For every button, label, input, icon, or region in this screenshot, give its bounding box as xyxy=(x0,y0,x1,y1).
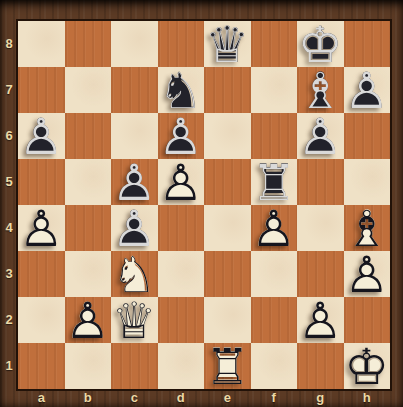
rank-label-8: 8 xyxy=(0,21,18,67)
rank-labels: 87654321 xyxy=(0,21,18,389)
square-a1[interactable] xyxy=(18,343,65,389)
piece-glyph-outline: ♙ xyxy=(111,160,158,206)
rank-label-3: 3 xyxy=(0,251,18,297)
rank-label-4: 4 xyxy=(0,205,18,251)
square-d4[interactable] xyxy=(158,205,205,251)
piece-glyph-outline: ♙ xyxy=(344,68,391,114)
square-g3[interactable] xyxy=(297,251,344,297)
piece-black-king-g8[interactable]: ♚♔ xyxy=(297,21,344,67)
piece-white-pawn-d5[interactable]: ♟♙ xyxy=(158,159,205,205)
piece-glyph-outline: ♙ xyxy=(158,114,205,160)
rank-label-7: 7 xyxy=(0,67,18,113)
piece-glyph-outline: ♙ xyxy=(18,206,65,252)
piece-glyph-fill: ♟ xyxy=(344,252,391,298)
piece-glyph-fill: ♝ xyxy=(297,68,344,114)
rank-label-6: 6 xyxy=(0,113,18,159)
piece-glyph-fill: ♟ xyxy=(158,114,205,160)
square-g5[interactable] xyxy=(297,159,344,205)
piece-glyph-fill: ♟ xyxy=(344,68,391,114)
square-f2[interactable] xyxy=(251,297,298,343)
square-a7[interactable] xyxy=(18,67,65,113)
piece-white-queen-c2[interactable]: ♛♕ xyxy=(111,297,158,343)
square-b2[interactable]: ♟♙ xyxy=(65,297,112,343)
piece-white-pawn-g2[interactable]: ♟♙ xyxy=(297,297,344,343)
file-label-f: f xyxy=(251,389,298,407)
file-label-c: c xyxy=(111,389,158,407)
piece-glyph-fill: ♛ xyxy=(204,22,251,68)
rank-label-1: 1 xyxy=(0,343,18,389)
square-d6[interactable]: ♟♙ xyxy=(158,113,205,159)
piece-glyph-fill: ♟ xyxy=(18,206,65,252)
piece-glyph-fill: ♚ xyxy=(297,22,344,68)
piece-glyph-fill: ♟ xyxy=(65,298,112,344)
file-label-h: h xyxy=(344,389,391,407)
square-b1[interactable] xyxy=(65,343,112,389)
square-e7[interactable] xyxy=(204,67,251,113)
piece-glyph-fill: ♜ xyxy=(251,160,298,206)
piece-glyph-fill: ♚ xyxy=(344,344,391,390)
square-h7[interactable]: ♟♙ xyxy=(344,67,391,113)
piece-white-pawn-a4[interactable]: ♟♙ xyxy=(18,205,65,251)
square-e4[interactable] xyxy=(204,205,251,251)
square-c5[interactable]: ♟♙ xyxy=(111,159,158,205)
piece-glyph-fill: ♟ xyxy=(18,114,65,160)
piece-glyph-fill: ♟ xyxy=(111,160,158,206)
piece-glyph-outline: ♕ xyxy=(111,298,158,344)
square-h1[interactable]: ♚♔ xyxy=(344,343,391,389)
file-labels: abcdefgh xyxy=(18,389,390,407)
piece-black-pawn-d6[interactable]: ♟♙ xyxy=(158,113,205,159)
square-e5[interactable] xyxy=(204,159,251,205)
square-c6[interactable] xyxy=(111,113,158,159)
piece-glyph-outline: ♙ xyxy=(158,160,205,206)
piece-glyph-outline: ♙ xyxy=(111,206,158,252)
square-a3[interactable] xyxy=(18,251,65,297)
piece-glyph-fill: ♟ xyxy=(297,298,344,344)
square-f5[interactable]: ♜♖ xyxy=(251,159,298,205)
square-b4[interactable] xyxy=(65,205,112,251)
piece-glyph-outline: ♙ xyxy=(344,252,391,298)
piece-glyph-fill: ♞ xyxy=(111,252,158,298)
square-e6[interactable] xyxy=(204,113,251,159)
square-b7[interactable] xyxy=(65,67,112,113)
piece-white-pawn-f4[interactable]: ♟♙ xyxy=(251,205,298,251)
piece-glyph-fill: ♟ xyxy=(297,114,344,160)
square-f6[interactable] xyxy=(251,113,298,159)
piece-glyph-outline: ♗ xyxy=(297,68,344,114)
square-a5[interactable] xyxy=(18,159,65,205)
piece-glyph-fill: ♜ xyxy=(204,344,251,390)
square-h3[interactable]: ♟♙ xyxy=(344,251,391,297)
square-f4[interactable]: ♟♙ xyxy=(251,205,298,251)
square-a8[interactable] xyxy=(18,21,65,67)
square-f7[interactable] xyxy=(251,67,298,113)
piece-glyph-outline: ♔ xyxy=(344,344,391,390)
square-f1[interactable] xyxy=(251,343,298,389)
square-h4[interactable]: ♝♗ xyxy=(344,205,391,251)
square-b3[interactable] xyxy=(65,251,112,297)
square-g4[interactable] xyxy=(297,205,344,251)
square-d5[interactable]: ♟♙ xyxy=(158,159,205,205)
piece-glyph-fill: ♝ xyxy=(344,206,391,252)
square-d3[interactable] xyxy=(158,251,205,297)
file-label-e: e xyxy=(204,389,251,407)
piece-glyph-outline: ♖ xyxy=(204,344,251,390)
piece-glyph-outline: ♙ xyxy=(251,206,298,252)
square-e1[interactable]: ♜♖ xyxy=(204,343,251,389)
piece-glyph-outline: ♖ xyxy=(251,160,298,206)
file-label-d: d xyxy=(158,389,205,407)
square-e3[interactable] xyxy=(204,251,251,297)
square-g6[interactable]: ♟♙ xyxy=(297,113,344,159)
square-h2[interactable] xyxy=(344,297,391,343)
piece-white-king-h1[interactable]: ♚♔ xyxy=(344,343,391,389)
piece-black-pawn-g6[interactable]: ♟♙ xyxy=(297,113,344,159)
rank-label-5: 5 xyxy=(0,159,18,205)
square-g1[interactable] xyxy=(297,343,344,389)
square-a4[interactable]: ♟♙ xyxy=(18,205,65,251)
piece-black-rook-f5[interactable]: ♜♖ xyxy=(251,159,298,205)
square-d8[interactable] xyxy=(158,21,205,67)
square-b5[interactable] xyxy=(65,159,112,205)
piece-black-knight-d7[interactable]: ♞♘ xyxy=(158,67,205,113)
piece-glyph-fill: ♟ xyxy=(158,160,205,206)
square-g8[interactable]: ♚♔ xyxy=(297,21,344,67)
piece-white-knight-c3[interactable]: ♞♘ xyxy=(111,251,158,297)
chess-board: ♛♕♚♔♞♘♝♗♟♙♟♙♟♙♟♙♟♙♟♙♜♖♟♙♟♙♟♙♝♗♞♘♟♙♟♙♛♕♟♙… xyxy=(18,21,390,389)
rank-label-2: 2 xyxy=(0,297,18,343)
square-h8[interactable] xyxy=(344,21,391,67)
piece-glyph-outline: ♙ xyxy=(18,114,65,160)
piece-black-bishop-g7[interactable]: ♝♗ xyxy=(297,67,344,113)
square-f8[interactable] xyxy=(251,21,298,67)
square-b8[interactable] xyxy=(65,21,112,67)
piece-black-pawn-c4[interactable]: ♟♙ xyxy=(111,205,158,251)
square-f3[interactable] xyxy=(251,251,298,297)
piece-black-pawn-c5[interactable]: ♟♙ xyxy=(111,159,158,205)
piece-glyph-outline: ♔ xyxy=(297,22,344,68)
square-a6[interactable]: ♟♙ xyxy=(18,113,65,159)
piece-black-pawn-h7[interactable]: ♟♙ xyxy=(344,67,391,113)
square-c8[interactable] xyxy=(111,21,158,67)
square-e8[interactable]: ♛♕ xyxy=(204,21,251,67)
square-c4[interactable]: ♟♙ xyxy=(111,205,158,251)
file-label-a: a xyxy=(18,389,65,407)
file-label-b: b xyxy=(65,389,112,407)
square-c3[interactable]: ♞♘ xyxy=(111,251,158,297)
piece-glyph-outline: ♙ xyxy=(297,114,344,160)
piece-glyph-outline: ♗ xyxy=(344,206,391,252)
piece-glyph-fill: ♟ xyxy=(111,206,158,252)
square-g2[interactable]: ♟♙ xyxy=(297,297,344,343)
square-c1[interactable] xyxy=(111,343,158,389)
square-d7[interactable]: ♞♘ xyxy=(158,67,205,113)
piece-glyph-fill: ♞ xyxy=(158,68,205,114)
piece-white-bishop-h4[interactable]: ♝♗ xyxy=(344,205,391,251)
square-e2[interactable] xyxy=(204,297,251,343)
square-c7[interactable] xyxy=(111,67,158,113)
square-h6[interactable] xyxy=(344,113,391,159)
square-b6[interactable] xyxy=(65,113,112,159)
piece-white-rook-e1[interactable]: ♜♖ xyxy=(204,343,251,389)
piece-glyph-outline: ♘ xyxy=(158,68,205,114)
square-d1[interactable] xyxy=(158,343,205,389)
chess-board-frame: 87654321 ♛♕♚♔♞♘♝♗♟♙♟♙♟♙♟♙♟♙♟♙♜♖♟♙♟♙♟♙♝♗♞… xyxy=(0,0,403,407)
square-c2[interactable]: ♛♕ xyxy=(111,297,158,343)
square-d2[interactable] xyxy=(158,297,205,343)
piece-black-pawn-a6[interactable]: ♟♙ xyxy=(18,113,65,159)
piece-black-queen-e8[interactable]: ♛♕ xyxy=(204,21,251,67)
piece-white-pawn-b2[interactable]: ♟♙ xyxy=(65,297,112,343)
square-h5[interactable] xyxy=(344,159,391,205)
piece-glyph-outline: ♙ xyxy=(65,298,112,344)
piece-glyph-outline: ♕ xyxy=(204,22,251,68)
piece-white-pawn-h3[interactable]: ♟♙ xyxy=(344,251,391,297)
piece-glyph-outline: ♙ xyxy=(297,298,344,344)
square-g7[interactable]: ♝♗ xyxy=(297,67,344,113)
square-a2[interactable] xyxy=(18,297,65,343)
piece-glyph-fill: ♛ xyxy=(111,298,158,344)
file-label-g: g xyxy=(297,389,344,407)
piece-glyph-outline: ♘ xyxy=(111,252,158,298)
piece-glyph-fill: ♟ xyxy=(251,206,298,252)
